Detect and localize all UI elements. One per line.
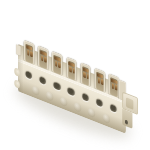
left-end-tab [16, 44, 21, 56]
molding-bump [88, 107, 95, 119]
idc-contact-tine [83, 72, 85, 79]
idc-contact-tine [98, 77, 100, 84]
side-peg [14, 67, 20, 77]
molding-bump [74, 101, 81, 113]
wire-hole [110, 103, 117, 113]
wire-hole [25, 70, 32, 80]
contact-slot [52, 51, 63, 76]
slot-recess [96, 71, 103, 91]
idc-contact-tine [73, 67, 75, 74]
contact-slot [66, 56, 77, 81]
idc-contact-tine [55, 60, 57, 67]
photo-canvas [0, 0, 150, 150]
wire-hole [53, 81, 60, 91]
slot-recess [40, 49, 47, 69]
idc-contact-tine [101, 78, 103, 85]
molding-bump [46, 90, 53, 102]
contact-slot [94, 68, 105, 93]
molding-bump [31, 85, 38, 97]
idc-contact-tine [41, 55, 43, 62]
wire-hole [68, 87, 75, 97]
side-peg [14, 79, 20, 89]
end-face-hole [125, 119, 128, 124]
molding-bump [102, 113, 109, 125]
idc-contact-tine [58, 62, 60, 69]
wire-hole [96, 98, 103, 108]
slot-recess [68, 60, 75, 80]
contact-slot [24, 40, 35, 65]
idc-contact-tine [27, 49, 29, 56]
idc-contact-tine [44, 56, 46, 63]
contact-slot [38, 45, 49, 70]
slot-recess [54, 54, 61, 74]
idc-contact-tine [30, 51, 32, 58]
idc-contact-tine [87, 73, 89, 80]
contact-slot [80, 62, 91, 87]
wire-hole [82, 92, 89, 102]
idc-contact-tine [112, 83, 114, 90]
idc-contact-tine [115, 84, 117, 91]
molding-bump [60, 96, 67, 108]
slot-recess [110, 77, 117, 97]
slot-recess [25, 43, 32, 63]
idc-contact-tine [69, 66, 71, 73]
wire-hole [39, 76, 46, 86]
slot-recess [82, 65, 89, 85]
